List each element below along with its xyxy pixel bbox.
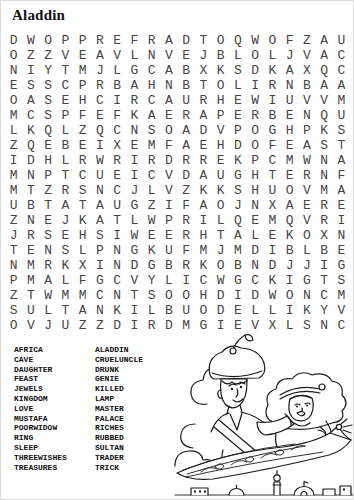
grid-cell: B [178, 78, 195, 93]
word-item: LOVE [14, 404, 67, 414]
grid-cell: A [40, 273, 57, 288]
grid-cell: O [160, 123, 177, 138]
grid-cell: W [247, 93, 264, 108]
grid-cell: U [212, 168, 229, 183]
grid-cell: R [195, 93, 212, 108]
grid-cell: P [298, 123, 315, 138]
grid-cell: C [109, 273, 126, 288]
grid-cell: E [40, 138, 57, 153]
grid-cell: Z [40, 183, 57, 198]
grid-cell: E [57, 93, 74, 108]
grid-cell: M [5, 168, 22, 183]
grid-cell: O [298, 228, 315, 243]
grid-cell: N [22, 213, 39, 228]
grid-cell: D [160, 318, 177, 333]
word-item: CRUELUNCLE [95, 355, 143, 365]
grid-cell: B [212, 48, 229, 63]
grid-cell: V [298, 48, 315, 63]
grid-cell: T [40, 198, 57, 213]
grid-cell: P [40, 168, 57, 183]
grid-cell: K [298, 303, 315, 318]
grid-cell: K [212, 183, 229, 198]
grid-cell: X [316, 228, 333, 243]
word-item: CAVE [14, 355, 67, 365]
grid-cell: B [22, 198, 39, 213]
grid-cell: G [298, 273, 315, 288]
grid-cell: X [195, 63, 212, 78]
grid-cell: O [5, 318, 22, 333]
word-item: MUSTAFA [14, 414, 67, 424]
grid-cell: V [298, 93, 315, 108]
grid-cell: G [264, 123, 281, 138]
grid-cell: C [74, 168, 91, 183]
grid-cell: V [160, 183, 177, 198]
grid-cell: A [333, 183, 350, 198]
grid-cell: J [195, 48, 212, 63]
grid-cell: S [229, 183, 246, 198]
grid-cell: Z [5, 138, 22, 153]
grid-cell: C [91, 93, 108, 108]
grid-cell: Z [5, 288, 22, 303]
grid-cell: R [143, 318, 160, 333]
grid-cell: O [247, 138, 264, 153]
grid-cell: K [316, 123, 333, 138]
word-item: FEAST [14, 374, 67, 384]
grid-cell: E [160, 228, 177, 243]
grid-cell: C [143, 63, 160, 78]
grid-cell: R [247, 108, 264, 123]
grid-cell: H [212, 93, 229, 108]
grid-cell: K [126, 108, 143, 123]
grid-cell: O [281, 288, 298, 303]
grid-cell: J [212, 243, 229, 258]
grid-cell: C [264, 153, 281, 168]
grid-cell: T [57, 303, 74, 318]
grid-cell: V [160, 48, 177, 63]
grid-cell: W [298, 153, 315, 168]
grid-cell: E [160, 108, 177, 123]
grid-cell: R [178, 228, 195, 243]
grid-cell: R [91, 78, 108, 93]
grid-cell: K [264, 273, 281, 288]
word-item: RING [14, 433, 67, 443]
grid-cell: K [57, 258, 74, 273]
grid-cell: K [212, 63, 229, 78]
grid-cell: X [74, 258, 91, 273]
grid-cell: R [143, 153, 160, 168]
grid-cell: I [178, 273, 195, 288]
grid-cell: K [74, 213, 91, 228]
grid-cell: G [229, 273, 246, 288]
grid-cell: E [126, 138, 143, 153]
grid-cell: T [212, 228, 229, 243]
grid-cell: I [126, 318, 143, 333]
building [323, 486, 351, 495]
grid-cell: Z [74, 123, 91, 138]
grid-cell: E [229, 93, 246, 108]
grid-cell: S [91, 228, 108, 243]
grid-cell: F [333, 168, 350, 183]
grid-cell: C [22, 108, 39, 123]
grid-cell: P [5, 273, 22, 288]
grid-cell: E [74, 48, 91, 63]
grid-cell: F [126, 33, 143, 48]
grid-cell: H [212, 138, 229, 153]
grid-cell: N [247, 258, 264, 273]
grid-cell: N [109, 288, 126, 303]
grid-cell: R [195, 153, 212, 168]
grid-cell: F [178, 198, 195, 213]
grid-cell: G [126, 63, 143, 78]
grid-cell: E [74, 138, 91, 153]
grid-cell: Q [316, 108, 333, 123]
grid-cell: E [109, 33, 126, 48]
grid-cell: A [178, 138, 195, 153]
grid-cell: R [74, 153, 91, 168]
grid-cell: N [316, 318, 333, 333]
grid-cell: W [91, 153, 108, 168]
grid-cell: T [264, 168, 281, 183]
grid-cell: C [109, 123, 126, 138]
grid-cell: M [333, 93, 350, 108]
grid-cell: W [126, 228, 143, 243]
grid-cell: E [229, 108, 246, 123]
grid-cell: H [281, 123, 298, 138]
grid-cell: O [5, 93, 22, 108]
grid-cell: A [57, 198, 74, 213]
grid-cell: K [109, 303, 126, 318]
word-item: DAUGHTER [14, 365, 67, 375]
grid-cell: S [40, 93, 57, 108]
grid-cell: J [229, 198, 246, 213]
grid-cell: L [298, 243, 315, 258]
grid-cell: K [195, 258, 212, 273]
grid-cell: F [264, 138, 281, 153]
word-list-col-1: AFRICACAVEDAUGHTERFEASTJEWELSKINGDOMLOVE… [14, 345, 67, 472]
grid-cell: B [178, 63, 195, 78]
grid-cell: P [247, 153, 264, 168]
grid-cell: Y [143, 273, 160, 288]
grid-cell: C [333, 48, 350, 63]
grid-cell: R [316, 198, 333, 213]
grid-cell: L [247, 303, 264, 318]
grid-cell: W [40, 288, 57, 303]
grid-cell: R [22, 228, 39, 243]
grid-cell: A [229, 228, 246, 243]
grid-cell: Y [40, 63, 57, 78]
tassel-icon [341, 419, 352, 433]
grid-cell: J [281, 48, 298, 63]
grid-cell: Q [40, 123, 57, 138]
grid-cell: G [126, 243, 143, 258]
grid-cell: M [229, 243, 246, 258]
aladdin-jasmine-illustration [173, 332, 354, 500]
grid-cell: L [264, 48, 281, 63]
grid-cell: U [91, 168, 108, 183]
grid-cell: G [229, 168, 246, 183]
grid-cell: N [5, 258, 22, 273]
grid-cell: J [91, 63, 108, 78]
grid-cell: U [109, 198, 126, 213]
grid-cell: L [212, 213, 229, 228]
grid-cell: R [91, 33, 108, 48]
grid-cell: I [264, 93, 281, 108]
grid-cell: Q [281, 213, 298, 228]
grid-cell: M [57, 288, 74, 303]
word-item: SULTAN [95, 443, 143, 453]
word-item: ALADDIN [95, 345, 143, 355]
word-item: RICHES [95, 423, 143, 433]
grid-cell: H [40, 153, 57, 168]
grid-cell: O [212, 33, 229, 48]
grid-cell: C [143, 168, 160, 183]
grid-cell: P [160, 213, 177, 228]
grid-cell: I [126, 168, 143, 183]
grid-cell: B [109, 78, 126, 93]
grid-cell: T [57, 168, 74, 183]
grid-cell: L [229, 78, 246, 93]
grid-cell: U [22, 303, 39, 318]
grid-cell: E [281, 108, 298, 123]
grid-cell: L [109, 63, 126, 78]
grid-cell: S [143, 288, 160, 303]
grid-cell: I [212, 318, 229, 333]
grid-cell: J [40, 318, 57, 333]
grid-cell: X [264, 318, 281, 333]
grid-cell: I [247, 78, 264, 93]
grid-cell: N [160, 78, 177, 93]
grid-cell: I [91, 138, 108, 153]
grid-cell: P [57, 33, 74, 48]
grid-cell: U [178, 93, 195, 108]
grid-cell: M [22, 258, 39, 273]
tassel-icon [336, 424, 341, 429]
grid-cell: D [264, 258, 281, 273]
grid-cell: V [57, 48, 74, 63]
letter-grid: DWOPPREFRADTOQWOFZAUOZZVEAVLNVEJBLOLJVAC… [5, 33, 350, 333]
word-item: KILLED [95, 384, 143, 394]
grid-cell: Q [229, 213, 246, 228]
grid-cell: Q [229, 33, 246, 48]
grid-cell: F [109, 108, 126, 123]
grid-cell: D [178, 168, 195, 183]
grid-cell: N [298, 108, 315, 123]
grid-cell: R [316, 213, 333, 228]
grid-cell: D [126, 258, 143, 273]
grid-cell: E [247, 213, 264, 228]
grid-cell: C [333, 63, 350, 78]
grid-cell: K [195, 183, 212, 198]
grid-cell: R [40, 258, 57, 273]
grid-cell: N [316, 168, 333, 183]
grid-cell: L [57, 273, 74, 288]
word-item: PALACE [95, 414, 143, 424]
grid-cell: A [22, 93, 39, 108]
grid-cell: A [91, 198, 108, 213]
grid-cell: I [316, 258, 333, 273]
grid-cell: P [229, 123, 246, 138]
grid-cell: I [109, 93, 126, 108]
grid-cell: V [333, 303, 350, 318]
grid-cell: C [247, 273, 264, 288]
grid-cell: I [109, 228, 126, 243]
minaret [274, 482, 280, 495]
grid-cell: L [5, 123, 22, 138]
grid-cell: V [160, 168, 177, 183]
grid-cell: L [57, 123, 74, 138]
word-item: MASTER [95, 404, 143, 414]
grid-cell: L [40, 303, 57, 318]
grid-cell: M [5, 183, 22, 198]
grid-cell: E [333, 198, 350, 213]
grid-cell: R [178, 258, 195, 273]
grid-cell: L [264, 303, 281, 318]
grid-cell: J [281, 258, 298, 273]
grid-cell: Z [5, 213, 22, 228]
grid-cell: B [160, 303, 177, 318]
grid-cell: S [316, 138, 333, 153]
grid-cell: S [40, 78, 57, 93]
grid-cell: X [109, 138, 126, 153]
grid-cell: B [298, 78, 315, 93]
grid-cell: G [333, 258, 350, 273]
grid-cell: M [195, 243, 212, 258]
grid-cell: A [195, 198, 212, 213]
grid-cell: R [298, 168, 315, 183]
grid-cell: N [281, 78, 298, 93]
grid-cell: D [212, 303, 229, 318]
grid-cell: E [91, 108, 108, 123]
grid-cell: N [91, 303, 108, 318]
word-item: JEWELS [14, 384, 67, 394]
grid-cell: P [212, 108, 229, 123]
grid-cell: A [160, 63, 177, 78]
grid-cell: N [22, 168, 39, 183]
grid-cell: O [264, 33, 281, 48]
grid-cell: C [333, 318, 350, 333]
grid-cell: B [229, 258, 246, 273]
grid-cell: A [333, 78, 350, 93]
grid-cell: U [264, 183, 281, 198]
grid-cell: S [74, 183, 91, 198]
grid-cell: L [247, 228, 264, 243]
word-item: TRICK [95, 463, 143, 473]
grid-cell: E [281, 138, 298, 153]
grid-cell: P [91, 243, 108, 258]
grid-cell: D [22, 153, 39, 168]
grid-cell: V [212, 123, 229, 138]
grid-cell: T [333, 138, 350, 153]
grid-cell: J [5, 228, 22, 243]
grid-cell: D [5, 33, 22, 48]
grid-cell: T [316, 273, 333, 288]
grid-cell: S [57, 243, 74, 258]
grid-cell: I [126, 153, 143, 168]
grid-cell: Q [22, 138, 39, 153]
grid-cell: V [126, 273, 143, 288]
grid-cell: D [178, 33, 195, 48]
grid-cell: V [22, 318, 39, 333]
grid-cell: K [229, 153, 246, 168]
grid-cell: I [5, 153, 22, 168]
grid-cell: M [143, 138, 160, 153]
grid-cell: A [195, 108, 212, 123]
grid-cell: C [316, 288, 333, 303]
grid-cell: F [74, 273, 91, 288]
grid-cell: N [91, 183, 108, 198]
grid-cell: E [229, 318, 246, 333]
grid-cell: N [109, 258, 126, 273]
grid-cell: M [5, 108, 22, 123]
grid-cell: O [195, 303, 212, 318]
word-item: AFRICA [14, 345, 67, 355]
grid-cell: A [178, 123, 195, 138]
grid-cell: T [57, 63, 74, 78]
grid-cell: T [5, 243, 22, 258]
grid-cell: P [57, 108, 74, 123]
grid-cell: A [316, 78, 333, 93]
grid-cell: L [281, 318, 298, 333]
grid-cell: M [74, 288, 91, 303]
grid-cell: T [126, 288, 143, 303]
cloud-icon [181, 424, 195, 448]
grid-cell: J [57, 213, 74, 228]
grid-cell: T [109, 213, 126, 228]
grid-cell: S [22, 78, 39, 93]
word-item: DRUNK [95, 365, 143, 375]
grid-cell: U [57, 318, 74, 333]
grid-cell: U [281, 93, 298, 108]
grid-cell: D [212, 288, 229, 303]
grid-cell: H [247, 168, 264, 183]
grid-cell: M [264, 213, 281, 228]
grid-cell: T [22, 183, 39, 198]
grid-cell: V [109, 48, 126, 63]
grid-cell: W [212, 273, 229, 288]
grid-cell: V [298, 213, 315, 228]
grid-cell: B [316, 243, 333, 258]
grid-cell: G [195, 318, 212, 333]
grid-cell: W [143, 213, 160, 228]
grid-cell: E [298, 198, 315, 213]
grid-cell: A [126, 78, 143, 93]
grid-cell: O [281, 183, 298, 198]
grid-cell: S [229, 63, 246, 78]
grid-cell: T [74, 198, 91, 213]
grid-cell: O [212, 258, 229, 273]
grid-cell: L [126, 213, 143, 228]
word-item: THREEWISHES [14, 453, 67, 463]
grid-cell: A [281, 63, 298, 78]
grid-cell: R [178, 153, 195, 168]
word-item: TRADER [95, 453, 143, 463]
grid-cell: H [247, 183, 264, 198]
grid-cell: O [160, 288, 177, 303]
grid-cell: P [74, 78, 91, 93]
grid-cell: T [22, 288, 39, 303]
grid-cell: L [143, 183, 160, 198]
grid-cell: U [333, 33, 350, 48]
grid-cell: D [247, 63, 264, 78]
grid-cell: R [126, 93, 143, 108]
grid-cell: L [229, 48, 246, 63]
grid-cell: I [91, 258, 108, 273]
grid-cell: B [281, 243, 298, 258]
grid-cell: S [40, 108, 57, 123]
word-item: LAMP [95, 394, 143, 404]
grid-cell: K [22, 123, 39, 138]
grid-cell: X [298, 63, 315, 78]
